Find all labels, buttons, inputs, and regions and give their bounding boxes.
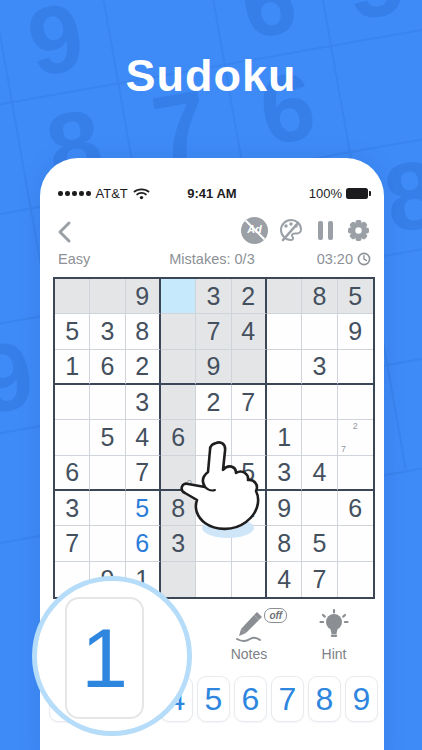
notes-off-badge: off: [264, 608, 287, 623]
cell-r7c7[interactable]: 9: [267, 491, 302, 526]
cell-r4c3[interactable]: 3: [126, 385, 161, 420]
given-digit: 9: [348, 317, 362, 346]
battery-percent: 100%: [309, 186, 342, 201]
cell-r8c8[interactable]: 5: [302, 526, 337, 561]
cell-r4c4[interactable]: [161, 385, 196, 420]
cell-r9c5[interactable]: [196, 562, 231, 597]
given-digit: 3: [171, 529, 185, 558]
cell-r6c4[interactable]: 9: [161, 456, 196, 491]
number-key-7[interactable]: 7: [271, 676, 304, 722]
notes-button[interactable]: off Notes: [213, 608, 285, 662]
note-digit: 7: [338, 443, 350, 454]
cell-r7c9[interactable]: 6: [338, 491, 373, 526]
notes-label: Notes: [213, 646, 285, 662]
cell-r7c6[interactable]: 1: [232, 491, 267, 526]
note-digit: [172, 456, 183, 467]
cell-r2c4[interactable]: [161, 314, 196, 349]
given-digit: 1: [207, 458, 221, 487]
clock-icon: [357, 252, 371, 266]
nav-bar: Ad: [40, 216, 384, 250]
given-digit: 2: [207, 388, 221, 417]
cell-r1c6[interactable]: 2: [232, 279, 267, 314]
given-digit: 3: [135, 388, 149, 417]
cell-r6c9[interactable]: [338, 456, 373, 491]
cell-r6c5[interactable]: 1: [196, 456, 231, 491]
given-digit: 4: [241, 317, 255, 346]
theme-palette-button[interactable]: [277, 216, 305, 244]
given-digit: 5: [101, 423, 115, 452]
cell-r4c2[interactable]: [90, 385, 125, 420]
cell-r9c9[interactable]: [338, 562, 373, 597]
pause-button[interactable]: [314, 217, 336, 243]
note-digit: [172, 467, 183, 478]
cell-r7c4[interactable]: 8: [161, 491, 196, 526]
cell-r6c3[interactable]: 7: [126, 456, 161, 491]
cell-r1c2[interactable]: [90, 279, 125, 314]
cell-r6c7[interactable]: 3: [267, 456, 302, 491]
cell-r6c8[interactable]: 4: [302, 456, 337, 491]
given-digit: 1: [277, 423, 291, 452]
given-digit: 4: [313, 458, 327, 487]
cell-r7c5[interactable]: [196, 491, 231, 526]
note-digit: [161, 456, 172, 467]
cell-r5c4[interactable]: 6: [161, 420, 196, 455]
given-digit: 3: [313, 352, 327, 381]
note-digit: 2: [349, 420, 361, 431]
cell-r5c9[interactable]: 27: [338, 420, 373, 455]
given-digit: 6: [101, 352, 115, 381]
cell-r3c2[interactable]: 6: [90, 350, 125, 385]
given-digit: 4: [277, 565, 291, 594]
cell-r3c8[interactable]: 3: [302, 350, 337, 385]
given-digit: 7: [135, 458, 149, 487]
note-digit: [161, 467, 172, 478]
given-digit: 8: [313, 282, 327, 311]
cell-r9c7[interactable]: 4: [267, 562, 302, 597]
cell-r7c8[interactable]: [302, 491, 337, 526]
note-digit: [184, 467, 195, 478]
cell-r5c1[interactable]: [55, 420, 90, 455]
number-key-1-magnified[interactable]: 1: [65, 597, 144, 719]
note-digit: [184, 456, 195, 467]
game-info-bar: Easy Mistakes: 0/3 03:20: [40, 251, 384, 269]
cell-r5c3[interactable]: 4: [126, 420, 161, 455]
cell-r5c5[interactable]: [196, 420, 231, 455]
given-digit: 7: [65, 529, 79, 558]
cell-r3c6[interactable]: [232, 350, 267, 385]
cell-r8c4[interactable]: 3: [161, 526, 196, 561]
cell-r5c7[interactable]: 1: [267, 420, 302, 455]
cell-r6c2[interactable]: [90, 456, 125, 491]
note-digit: [361, 420, 373, 431]
cell-r4c8[interactable]: [302, 385, 337, 420]
cell-r3c1[interactable]: 1: [55, 350, 90, 385]
cell-r4c6[interactable]: 7: [232, 385, 267, 420]
cell-r8c5[interactable]: [196, 526, 231, 561]
cell-r1c1[interactable]: [55, 279, 90, 314]
cell-r1c7[interactable]: [267, 279, 302, 314]
given-digit: 5: [241, 458, 255, 487]
given-digit: 9: [277, 494, 291, 523]
cell-r8c6[interactable]: [232, 526, 267, 561]
cell-r3c7[interactable]: [267, 350, 302, 385]
cell-r5c2[interactable]: 5: [90, 420, 125, 455]
cell-r6c1[interactable]: 6: [55, 456, 90, 491]
cell-r8c2[interactable]: [90, 526, 125, 561]
given-digit: 3: [277, 458, 291, 487]
cell-r7c2[interactable]: [90, 491, 125, 526]
cell-r2c8[interactable]: [302, 314, 337, 349]
cell-r2c1[interactable]: 5: [55, 314, 90, 349]
note-digit: 9: [184, 478, 195, 489]
back-button[interactable]: [54, 220, 78, 244]
status-bar: AT&T 9:41 AM 100%: [40, 186, 384, 204]
note-digit: [161, 478, 172, 489]
note-digit: [361, 443, 373, 454]
given-digit: 5: [348, 282, 362, 311]
cell-r1c8[interactable]: 8: [302, 279, 337, 314]
cell-r2c9[interactable]: 9: [338, 314, 373, 349]
settings-gear-icon[interactable]: [345, 217, 372, 244]
note-digit: [361, 432, 373, 443]
number-key-8[interactable]: 8: [308, 676, 341, 722]
page-title: Sudoku: [0, 50, 422, 102]
cell-r1c4[interactable]: [161, 279, 196, 314]
cell-r6c6[interactable]: 5: [232, 456, 267, 491]
given-digit: 7: [207, 317, 221, 346]
battery-icon: [346, 188, 368, 199]
cell-r8c7[interactable]: 8: [267, 526, 302, 561]
note-digit: [172, 478, 183, 489]
cell-r9c6[interactable]: [232, 562, 267, 597]
given-digit: 4: [135, 423, 149, 452]
cell-r4c5[interactable]: 2: [196, 385, 231, 420]
chevron-left-icon: [54, 220, 78, 244]
entered-digit: 5: [135, 494, 149, 523]
number-key-5[interactable]: 5: [197, 676, 230, 722]
note-digit: [338, 420, 350, 431]
cell-r7c1[interactable]: 3: [55, 491, 90, 526]
given-digit: 9: [207, 352, 221, 381]
cell-r4c1[interactable]: [55, 385, 90, 420]
cell-r3c5[interactable]: 9: [196, 350, 231, 385]
given-digit: 8: [171, 494, 185, 523]
number-key-6[interactable]: 6: [234, 676, 267, 722]
cell-r9c8[interactable]: 7: [302, 562, 337, 597]
given-digit: 6: [65, 458, 79, 487]
cell-r8c3[interactable]: 6: [126, 526, 161, 561]
lightbulb-icon: [316, 608, 352, 644]
given-digit: 1: [241, 494, 255, 523]
given-digit: 9: [135, 282, 149, 311]
cell-r7c3[interactable]: 5: [126, 491, 161, 526]
given-digit: 7: [313, 565, 327, 594]
given-digit: 6: [171, 423, 185, 452]
cell-r2c2[interactable]: 3: [90, 314, 125, 349]
cell-r5c6[interactable]: [232, 420, 267, 455]
cell-r1c3[interactable]: 9: [126, 279, 161, 314]
cell-r2c3[interactable]: 8: [126, 314, 161, 349]
given-digit: 5: [313, 529, 327, 558]
cell-r3c3[interactable]: 2: [126, 350, 161, 385]
given-digit: 3: [207, 282, 221, 311]
cell-r2c7[interactable]: [267, 314, 302, 349]
given-digit: 8: [277, 529, 291, 558]
timer-value: 03:20: [317, 251, 353, 267]
hint-button[interactable]: Hint: [298, 608, 370, 662]
given-digit: 2: [241, 282, 255, 311]
given-digit: 1: [65, 352, 79, 381]
given-digit: 2: [135, 352, 149, 381]
cell-r2c5[interactable]: 7: [196, 314, 231, 349]
cell-r8c9[interactable]: [338, 526, 373, 561]
hint-label: Hint: [298, 646, 370, 662]
cell-r2c6[interactable]: 4: [232, 314, 267, 349]
cell-r5c8[interactable]: [302, 420, 337, 455]
cell-r1c5[interactable]: 3: [196, 279, 231, 314]
given-digit: 6: [348, 494, 362, 523]
given-digit: 3: [65, 494, 79, 523]
cell-r9c4[interactable]: [161, 562, 196, 597]
pencil-icon: [231, 608, 267, 644]
cell-r4c7[interactable]: [267, 385, 302, 420]
cell-r8c1[interactable]: 7: [55, 526, 90, 561]
cell-r4c9[interactable]: [338, 385, 373, 420]
given-digit: 7: [241, 388, 255, 417]
remove-ads-button[interactable]: Ad: [241, 217, 268, 244]
note-digit: [349, 432, 361, 443]
given-digit: 8: [135, 317, 149, 346]
note-digit: [338, 432, 350, 443]
given-digit: 5: [65, 317, 79, 346]
cell-r1c9[interactable]: 5: [338, 279, 373, 314]
entered-digit: 6: [135, 529, 149, 558]
cell-r3c9[interactable]: [338, 350, 373, 385]
number-key-9[interactable]: 9: [345, 676, 378, 722]
sudoku-board: 9328553874916293327546127679153435819676…: [53, 277, 375, 599]
cell-r3c4[interactable]: [161, 350, 196, 385]
note-digit: [349, 443, 361, 454]
given-digit: 3: [101, 317, 115, 346]
